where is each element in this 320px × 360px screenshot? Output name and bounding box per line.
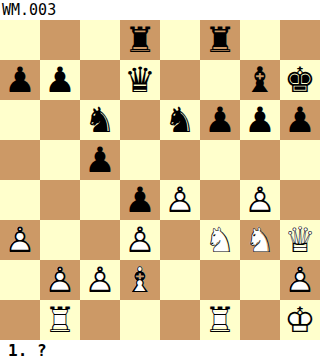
move-prompt-label: 1. ? xyxy=(0,340,320,360)
square-h8[interactable] xyxy=(280,20,320,60)
piece-white-rook: ♜♖ xyxy=(200,300,240,340)
square-f7[interactable] xyxy=(200,60,240,100)
square-g5[interactable] xyxy=(240,140,280,180)
piece-black-knight: ♞ xyxy=(80,100,120,140)
square-b4[interactable] xyxy=(40,180,80,220)
square-a7[interactable]: ♟ xyxy=(0,60,40,100)
square-c5[interactable]: ♟ xyxy=(80,140,120,180)
chess-app-window: WM.003 ♜♜♟♟♛♝♚♞♞♟♟♟♟♟♟♙♟♙♟♙♟♙♞♘♞♘♛♕♟♙♟♙♝… xyxy=(0,0,320,360)
square-h3[interactable]: ♛♕ xyxy=(280,220,320,260)
puzzle-id-label: WM.003 xyxy=(0,0,320,20)
piece-black-pawn: ♟ xyxy=(40,60,80,100)
piece-black-king: ♚ xyxy=(280,60,320,100)
square-a2[interactable] xyxy=(0,260,40,300)
square-b8[interactable] xyxy=(40,20,80,60)
square-e8[interactable] xyxy=(160,20,200,60)
square-h4[interactable] xyxy=(280,180,320,220)
square-d3[interactable]: ♟♙ xyxy=(120,220,160,260)
square-c8[interactable] xyxy=(80,20,120,60)
square-f2[interactable] xyxy=(200,260,240,300)
square-f4[interactable] xyxy=(200,180,240,220)
square-e6[interactable]: ♞ xyxy=(160,100,200,140)
piece-white-pawn: ♟♙ xyxy=(280,260,320,300)
square-e4[interactable]: ♟♙ xyxy=(160,180,200,220)
square-c2[interactable]: ♟♙ xyxy=(80,260,120,300)
square-d1[interactable] xyxy=(120,300,160,340)
square-a5[interactable] xyxy=(0,140,40,180)
square-h7[interactable]: ♚ xyxy=(280,60,320,100)
piece-white-knight: ♞♘ xyxy=(240,220,280,260)
square-c4[interactable] xyxy=(80,180,120,220)
square-f3[interactable]: ♞♘ xyxy=(200,220,240,260)
piece-black-pawn: ♟ xyxy=(240,100,280,140)
piece-white-pawn: ♟♙ xyxy=(80,260,120,300)
piece-white-pawn: ♟♙ xyxy=(120,220,160,260)
square-g8[interactable] xyxy=(240,20,280,60)
piece-white-bishop: ♝♗ xyxy=(120,260,160,300)
square-b7[interactable]: ♟ xyxy=(40,60,80,100)
square-c3[interactable] xyxy=(80,220,120,260)
square-d4[interactable]: ♟ xyxy=(120,180,160,220)
square-f5[interactable] xyxy=(200,140,240,180)
square-f1[interactable]: ♜♖ xyxy=(200,300,240,340)
piece-white-king: ♚♔ xyxy=(280,300,320,340)
square-b5[interactable] xyxy=(40,140,80,180)
square-g3[interactable]: ♞♘ xyxy=(240,220,280,260)
square-g7[interactable]: ♝ xyxy=(240,60,280,100)
piece-black-queen: ♛ xyxy=(120,60,160,100)
piece-black-knight: ♞ xyxy=(160,100,200,140)
square-a6[interactable] xyxy=(0,100,40,140)
square-c1[interactable] xyxy=(80,300,120,340)
square-c6[interactable]: ♞ xyxy=(80,100,120,140)
piece-white-knight: ♞♘ xyxy=(200,220,240,260)
piece-white-pawn: ♟♙ xyxy=(160,180,200,220)
square-g2[interactable] xyxy=(240,260,280,300)
square-b1[interactable]: ♜♖ xyxy=(40,300,80,340)
square-d5[interactable] xyxy=(120,140,160,180)
square-g1[interactable] xyxy=(240,300,280,340)
piece-black-rook: ♜ xyxy=(200,20,240,60)
square-d2[interactable]: ♝♗ xyxy=(120,260,160,300)
square-h2[interactable]: ♟♙ xyxy=(280,260,320,300)
square-e3[interactable] xyxy=(160,220,200,260)
square-d7[interactable]: ♛ xyxy=(120,60,160,100)
square-e1[interactable] xyxy=(160,300,200,340)
square-c7[interactable] xyxy=(80,60,120,100)
square-b6[interactable] xyxy=(40,100,80,140)
piece-black-pawn: ♟ xyxy=(0,60,40,100)
square-g4[interactable]: ♟♙ xyxy=(240,180,280,220)
piece-white-queen: ♛♕ xyxy=(280,220,320,260)
square-d8[interactable]: ♜ xyxy=(120,20,160,60)
piece-black-pawn: ♟ xyxy=(200,100,240,140)
square-g6[interactable]: ♟ xyxy=(240,100,280,140)
square-h1[interactable]: ♚♔ xyxy=(280,300,320,340)
square-d6[interactable] xyxy=(120,100,160,140)
piece-black-rook: ♜ xyxy=(120,20,160,60)
square-e5[interactable] xyxy=(160,140,200,180)
piece-black-pawn: ♟ xyxy=(80,140,120,180)
square-a8[interactable] xyxy=(0,20,40,60)
square-h6[interactable]: ♟ xyxy=(280,100,320,140)
piece-black-pawn: ♟ xyxy=(120,180,160,220)
square-a1[interactable] xyxy=(0,300,40,340)
piece-black-bishop: ♝ xyxy=(240,60,280,100)
square-f8[interactable]: ♜ xyxy=(200,20,240,60)
square-h5[interactable] xyxy=(280,140,320,180)
square-b2[interactable]: ♟♙ xyxy=(40,260,80,300)
square-b3[interactable] xyxy=(40,220,80,260)
chess-board: ♜♜♟♟♛♝♚♞♞♟♟♟♟♟♟♙♟♙♟♙♟♙♞♘♞♘♛♕♟♙♟♙♝♗♟♙♜♖♜♖… xyxy=(0,20,320,340)
piece-white-pawn: ♟♙ xyxy=(240,180,280,220)
piece-white-rook: ♜♖ xyxy=(40,300,80,340)
square-a4[interactable] xyxy=(0,180,40,220)
square-e7[interactable] xyxy=(160,60,200,100)
square-a3[interactable]: ♟♙ xyxy=(0,220,40,260)
square-f6[interactable]: ♟ xyxy=(200,100,240,140)
piece-white-pawn: ♟♙ xyxy=(40,260,80,300)
piece-black-pawn: ♟ xyxy=(280,100,320,140)
piece-white-pawn: ♟♙ xyxy=(0,220,40,260)
square-e2[interactable] xyxy=(160,260,200,300)
